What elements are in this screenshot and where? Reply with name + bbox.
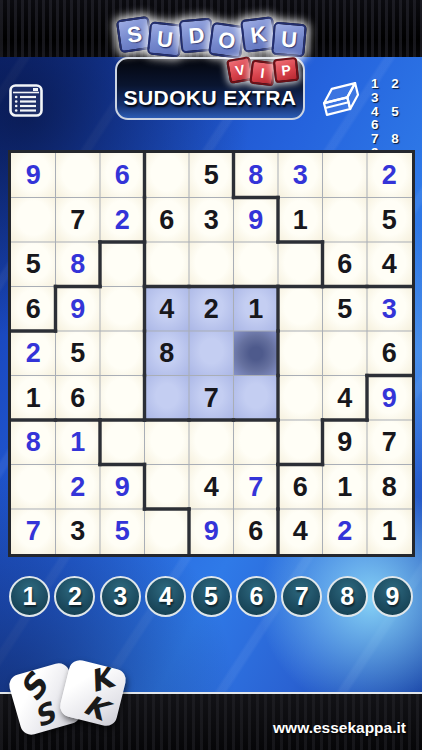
cell-r2c9[interactable]: 5 xyxy=(367,198,412,243)
digit-button-6[interactable]: 6 xyxy=(236,576,277,617)
given-digit: 9 xyxy=(323,420,368,465)
user-digit: 2 xyxy=(367,153,412,198)
cell-r3c9[interactable]: 4 xyxy=(367,242,412,287)
digit-button-4[interactable]: 4 xyxy=(145,576,186,617)
given-digit: 6 xyxy=(234,509,279,554)
essekappa-dice-logo: S S K K xyxy=(8,656,138,748)
cell-r5c6[interactable] xyxy=(234,331,279,376)
user-digit: 9 xyxy=(367,376,412,421)
user-digit: 9 xyxy=(100,465,145,510)
cell-r6c3[interactable] xyxy=(100,376,145,421)
cell-r5c8[interactable] xyxy=(323,331,368,376)
cell-r4c3[interactable] xyxy=(100,287,145,332)
user-digit: 3 xyxy=(367,287,412,332)
given-digit: 8 xyxy=(145,331,190,376)
sudoku-vip-logo: SUDOKU VIP xyxy=(112,6,312,80)
user-digit: 2 xyxy=(100,198,145,243)
user-digit: 2 xyxy=(56,465,101,510)
given-digit: 1 xyxy=(234,287,279,332)
logo-tile-u5: U xyxy=(271,22,307,58)
cell-r1c5[interactable]: 5 xyxy=(189,153,234,198)
cell-r8c2[interactable]: 2 xyxy=(56,465,101,510)
given-digit: 5 xyxy=(367,198,412,243)
user-digit: 5 xyxy=(100,509,145,554)
given-digit: 6 xyxy=(367,331,412,376)
cell-r4c8[interactable]: 5 xyxy=(323,287,368,332)
sudoku-app-screen: SUDOKU EXTRA SUDOKU VIP xyxy=(0,0,422,750)
user-digit: 7 xyxy=(11,509,56,554)
cell-r5c1[interactable]: 2 xyxy=(11,331,56,376)
cell-r6c7[interactable] xyxy=(278,376,323,421)
user-digit: 8 xyxy=(11,420,56,465)
digit-button-5[interactable]: 5 xyxy=(191,576,232,617)
user-digit: 9 xyxy=(234,198,279,243)
cell-r7c8[interactable]: 9 xyxy=(323,420,368,465)
eraser-icon xyxy=(318,78,364,124)
cell-r7c4[interactable] xyxy=(145,420,190,465)
cell-r5c2[interactable]: 5 xyxy=(56,331,101,376)
cell-r2c6[interactable]: 9 xyxy=(234,198,279,243)
cell-r6c8[interactable]: 4 xyxy=(323,376,368,421)
cell-r5c7[interactable] xyxy=(278,331,323,376)
cell-r2c1[interactable] xyxy=(11,198,56,243)
given-digit: 4 xyxy=(189,465,234,510)
given-digit: 5 xyxy=(189,153,234,198)
given-digit: 5 xyxy=(56,331,101,376)
cell-r7c2[interactable]: 1 xyxy=(56,420,101,465)
menu-button[interactable] xyxy=(8,82,45,119)
user-digit: 6 xyxy=(100,153,145,198)
cell-r2c2[interactable]: 7 xyxy=(56,198,101,243)
pencil-row-456: 4 5 6 xyxy=(371,105,417,133)
cell-r6c1[interactable]: 1 xyxy=(11,376,56,421)
cell-r5c4[interactable]: 8 xyxy=(145,331,190,376)
given-digit: 2 xyxy=(189,287,234,332)
logo-tile-u1: U xyxy=(147,21,183,57)
cell-r4c1[interactable]: 6 xyxy=(11,287,56,332)
cell-r6c9[interactable]: 9 xyxy=(367,376,412,421)
cell-r1c1[interactable]: 9 xyxy=(11,153,56,198)
cell-r9c9[interactable]: 1 xyxy=(367,509,412,554)
cell-r4c5[interactable]: 2 xyxy=(189,287,234,332)
cell-r8c9[interactable]: 8 xyxy=(367,465,412,510)
given-digit: 8 xyxy=(367,465,412,510)
puzzle-title: SUDOKU EXTRA xyxy=(124,86,297,118)
cell-r2c5[interactable]: 3 xyxy=(189,198,234,243)
user-digit: 9 xyxy=(189,509,234,554)
cell-r1c2[interactable] xyxy=(56,153,101,198)
cell-r8c3[interactable]: 9 xyxy=(100,465,145,510)
given-digit: 3 xyxy=(189,198,234,243)
cell-r9c2[interactable]: 3 xyxy=(56,509,101,554)
cell-r8c5[interactable]: 4 xyxy=(189,465,234,510)
cell-r1c4[interactable] xyxy=(145,153,190,198)
given-digit: 1 xyxy=(11,376,56,421)
digit-button-7[interactable]: 7 xyxy=(281,576,322,617)
cell-r8c8[interactable]: 1 xyxy=(323,465,368,510)
given-digit: 6 xyxy=(56,376,101,421)
user-digit: 3 xyxy=(278,153,323,198)
cell-r4c7[interactable] xyxy=(278,287,323,332)
cell-r5c3[interactable] xyxy=(100,331,145,376)
user-digit: 8 xyxy=(234,153,279,198)
user-digit: 7 xyxy=(234,465,279,510)
cell-r9c8[interactable]: 2 xyxy=(323,509,368,554)
cell-r4c4[interactable]: 4 xyxy=(145,287,190,332)
given-digit: 4 xyxy=(145,287,190,332)
logo-vip-tiles: VIP xyxy=(229,58,298,82)
pencil-numbers-pad[interactable]: 1 2 3 4 5 6 7 8 9 xyxy=(371,77,417,160)
user-digit: 2 xyxy=(323,509,368,554)
cell-r5c9[interactable]: 6 xyxy=(367,331,412,376)
given-digit: 6 xyxy=(145,198,190,243)
cell-r8c7[interactable]: 6 xyxy=(278,465,323,510)
given-digit: 4 xyxy=(323,376,368,421)
sudoku-board: 9658327263915586469421532586167498197294… xyxy=(8,150,415,557)
given-digit: 1 xyxy=(278,198,323,243)
cell-r9c1[interactable]: 7 xyxy=(11,509,56,554)
cell-r2c8[interactable] xyxy=(323,198,368,243)
cell-r8c6[interactable]: 7 xyxy=(234,465,279,510)
given-digit: 7 xyxy=(367,420,412,465)
cell-r1c6[interactable]: 8 xyxy=(234,153,279,198)
cell-r2c7[interactable]: 1 xyxy=(278,198,323,243)
cell-r7c1[interactable]: 8 xyxy=(11,420,56,465)
cell-r5c5[interactable] xyxy=(189,331,234,376)
digit-button-2[interactable]: 2 xyxy=(54,576,95,617)
pencil-row-123: 1 2 3 xyxy=(371,77,417,105)
cell-r3c1[interactable]: 5 xyxy=(11,242,56,287)
cell-r3c2[interactable]: 8 xyxy=(56,242,101,287)
cell-r9c6[interactable]: 6 xyxy=(234,509,279,554)
cell-r4c6[interactable]: 1 xyxy=(234,287,279,332)
digit-button-1[interactable]: 1 xyxy=(9,576,50,617)
given-digit: 5 xyxy=(11,242,56,287)
logo-letter-tiles: SUDOKU xyxy=(120,18,306,51)
cell-r2c3[interactable]: 2 xyxy=(100,198,145,243)
given-digit: 1 xyxy=(323,465,368,510)
cell-r9c7[interactable]: 4 xyxy=(278,509,323,554)
digit-button-9[interactable]: 9 xyxy=(372,576,413,617)
cell-r6c2[interactable]: 6 xyxy=(56,376,101,421)
given-digit: 3 xyxy=(56,509,101,554)
vip-tile-p: P xyxy=(273,57,299,83)
cell-r7c5[interactable] xyxy=(189,420,234,465)
user-digit: 8 xyxy=(56,242,101,287)
cell-r1c8[interactable] xyxy=(323,153,368,198)
cell-r4c9[interactable]: 3 xyxy=(367,287,412,332)
website-link[interactable]: www.essekappa.it xyxy=(273,719,406,737)
eraser-button[interactable] xyxy=(318,78,364,124)
logo-tile-o3: O xyxy=(208,22,245,59)
user-digit: 9 xyxy=(56,287,101,332)
cell-r6c4[interactable] xyxy=(145,376,190,421)
cell-r6c6[interactable] xyxy=(234,376,279,421)
cell-r8c1[interactable] xyxy=(11,465,56,510)
given-digit: 1 xyxy=(367,509,412,554)
given-digit: 4 xyxy=(367,242,412,287)
digit-button-3[interactable]: 3 xyxy=(100,576,141,617)
die-k-front-letter: K xyxy=(79,688,112,727)
cell-r3c8[interactable]: 6 xyxy=(323,242,368,287)
digit-button-8[interactable]: 8 xyxy=(327,576,368,617)
given-digit: 6 xyxy=(11,287,56,332)
cell-r7c7[interactable] xyxy=(278,420,323,465)
cell-r7c3[interactable] xyxy=(100,420,145,465)
digit-button-row: 123456789 xyxy=(9,576,413,617)
list-menu-icon xyxy=(8,82,45,119)
given-digit: 4 xyxy=(278,509,323,554)
given-digit: 5 xyxy=(323,287,368,332)
given-digit: 7 xyxy=(56,198,101,243)
cell-r9c3[interactable]: 5 xyxy=(100,509,145,554)
cell-r4c2[interactable]: 9 xyxy=(56,287,101,332)
cell-r3c5[interactable] xyxy=(189,242,234,287)
cell-r3c4[interactable] xyxy=(145,242,190,287)
board-cells: 9658327263915586469421532586167498197294… xyxy=(11,153,412,554)
given-digit: 6 xyxy=(278,465,323,510)
user-digit: 9 xyxy=(11,153,56,198)
cell-r1c9[interactable]: 2 xyxy=(367,153,412,198)
cell-r7c6[interactable] xyxy=(234,420,279,465)
cell-r1c3[interactable]: 6 xyxy=(100,153,145,198)
user-digit: 1 xyxy=(56,420,101,465)
cell-r9c4[interactable] xyxy=(145,509,190,554)
user-digit: 2 xyxy=(11,331,56,376)
cell-r1c7[interactable]: 3 xyxy=(278,153,323,198)
die-s-front-letter: S xyxy=(29,696,61,734)
cell-r3c7[interactable] xyxy=(278,242,323,287)
cell-r6c5[interactable]: 7 xyxy=(189,376,234,421)
cell-r7c9[interactable]: 7 xyxy=(367,420,412,465)
vip-tile-i: I xyxy=(249,60,276,87)
given-digit: 6 xyxy=(323,242,368,287)
given-digit: 7 xyxy=(189,376,234,421)
cell-r3c6[interactable] xyxy=(234,242,279,287)
cell-r9c5[interactable]: 9 xyxy=(189,509,234,554)
cell-r8c4[interactable] xyxy=(145,465,190,510)
cell-r3c3[interactable] xyxy=(100,242,145,287)
cell-r2c4[interactable]: 6 xyxy=(145,198,190,243)
